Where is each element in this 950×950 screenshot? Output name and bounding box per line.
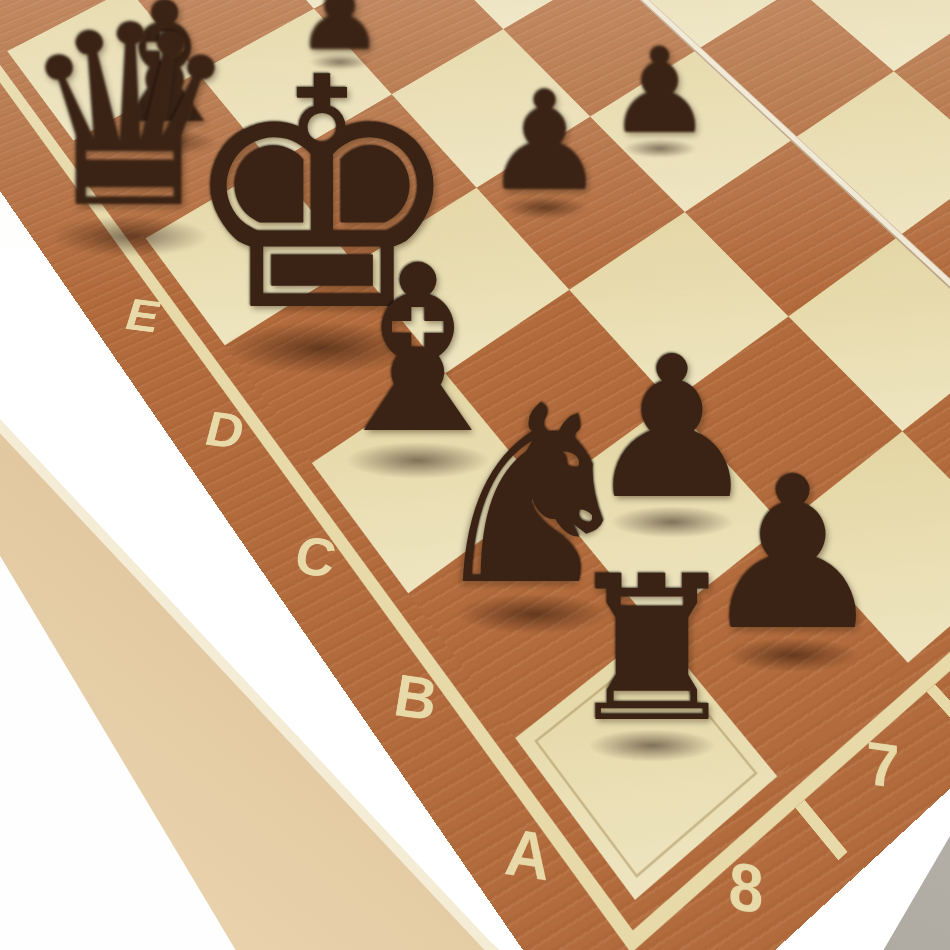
- file-label-d: D: [133, 376, 315, 487]
- piece-black-pawn-d6[interactable]: ♟: [479, 72, 612, 212]
- rank-label-8: 8: [683, 777, 807, 950]
- piece-black-rook-a8[interactable]: ♜: [555, 547, 750, 752]
- pawn-glyph: ♟: [607, 32, 712, 152]
- piece-black-pawn-d5[interactable]: ♟: [603, 32, 717, 152]
- file-label-c: C: [220, 497, 409, 619]
- rook-glyph: ♜: [562, 547, 742, 752]
- file-label-b: B: [317, 630, 514, 766]
- chess-set-photo: ABCDE87 ♝♛♚♝♞♜♟♟♟♟♟: [0, 0, 950, 950]
- rank-label-7: 7: [827, 663, 944, 873]
- pawn-glyph: ♟: [484, 72, 607, 212]
